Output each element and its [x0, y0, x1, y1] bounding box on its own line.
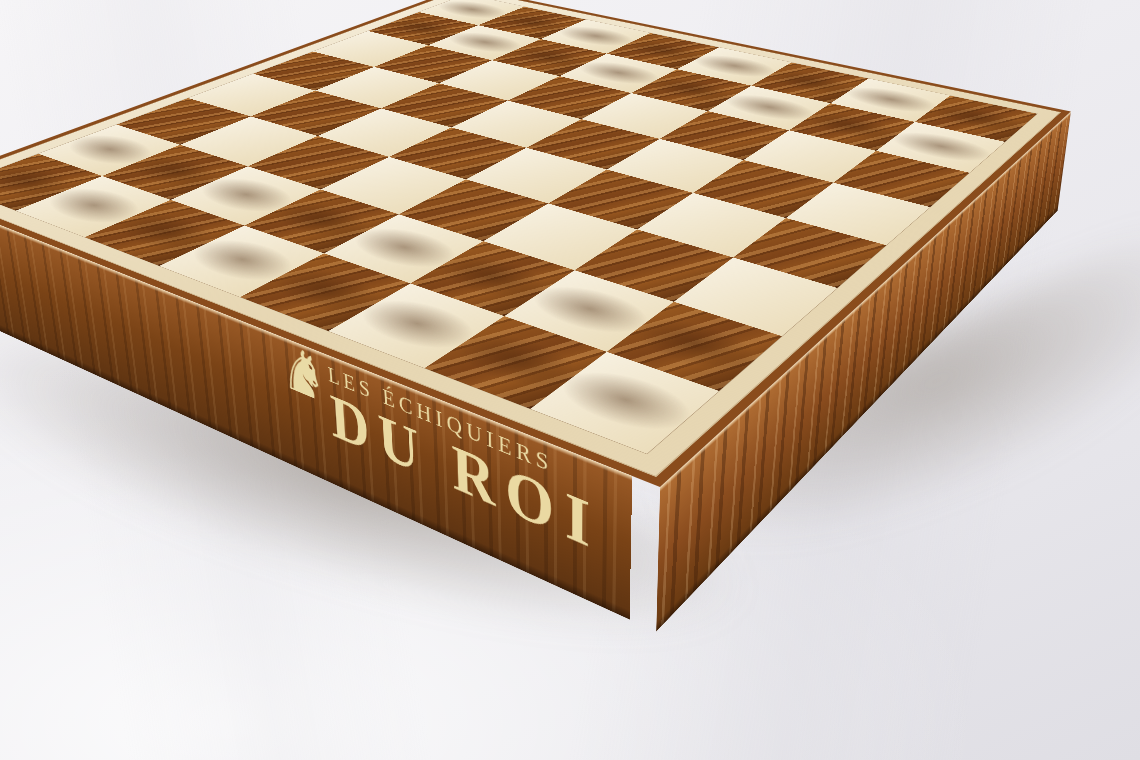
- scene: ♞ LES ÉCHIQUIERS DU ROI ♜♞♟♝♟♛♟♚♟♝♟♞♟♟♜♟…: [0, 0, 1140, 760]
- white-rook-glyph: ♜: [518, 176, 734, 417]
- chess-board: ♞ LES ÉCHIQUIERS DU ROI ♜♞♟♝♟♛♟♚♟♝♟♞♟♟♜♟…: [0, 0, 1071, 487]
- black-pawn-glyph: ♟: [879, 18, 1003, 156]
- photo-frame: ♞ LES ÉCHIQUIERS DU ROI ♜♞♟♝♟♛♟♚♟♝♟♞♟♟♜♟…: [0, 0, 1140, 760]
- knight-rider-logo-icon: ♞: [278, 340, 328, 408]
